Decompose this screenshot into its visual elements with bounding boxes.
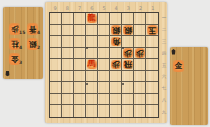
square-2-5[interactable] bbox=[134, 59, 146, 71]
square-5-7[interactable] bbox=[98, 82, 110, 94]
square-7-4[interactable] bbox=[74, 48, 86, 60]
rank-label-1: 一 bbox=[161, 12, 167, 24]
square-6-2[interactable] bbox=[86, 25, 98, 37]
square-3-9[interactable] bbox=[122, 105, 134, 117]
square-8-2[interactable] bbox=[62, 25, 74, 37]
square-9-3[interactable] bbox=[50, 36, 62, 48]
star-point bbox=[86, 83, 88, 85]
rank-label-4: 四 bbox=[161, 47, 167, 59]
square-2-8[interactable] bbox=[134, 94, 146, 106]
square-1-5[interactable] bbox=[146, 59, 158, 71]
square-6-7[interactable] bbox=[86, 82, 98, 94]
square-3-2[interactable]: 銀 bbox=[122, 25, 134, 37]
square-1-1[interactable] bbox=[146, 13, 158, 25]
gote-bishop-piece[interactable]: 角 bbox=[111, 37, 121, 47]
rank-label-9: 九 bbox=[161, 106, 167, 118]
square-9-6[interactable] bbox=[50, 71, 62, 83]
square-2-7[interactable] bbox=[134, 82, 146, 94]
piece-glyph: 香 bbox=[29, 25, 37, 33]
square-8-1[interactable] bbox=[62, 13, 74, 25]
square-9-9[interactable] bbox=[50, 105, 62, 117]
file-label-3: 3 bbox=[122, 4, 134, 12]
square-7-3[interactable] bbox=[74, 36, 86, 48]
gote-pawn-piece[interactable]: 歩 bbox=[123, 48, 133, 58]
square-4-6[interactable] bbox=[110, 71, 122, 83]
square-6-4[interactable] bbox=[86, 48, 98, 60]
hand-count: 2 bbox=[37, 46, 40, 51]
rank-label-2: 二 bbox=[161, 24, 167, 36]
gote-silver-piece[interactable]: 銀 bbox=[111, 25, 121, 35]
hand-count: 15 bbox=[19, 31, 25, 36]
file-coordinates: 987654321 bbox=[49, 4, 159, 12]
square-7-1[interactable] bbox=[74, 13, 86, 25]
square-6-5[interactable]: 馬 bbox=[86, 59, 98, 71]
file-label-7: 7 bbox=[73, 4, 85, 12]
rank-label-8: 八 bbox=[161, 94, 167, 106]
square-8-5[interactable] bbox=[62, 59, 74, 71]
square-1-9[interactable] bbox=[146, 105, 158, 117]
square-6-3[interactable] bbox=[86, 36, 98, 48]
piece-glyph: 飛 bbox=[124, 60, 132, 68]
square-2-3[interactable] bbox=[134, 36, 146, 48]
hand-count: 4 bbox=[37, 31, 40, 36]
star-point bbox=[122, 83, 124, 85]
square-4-3[interactable]: 角 bbox=[110, 36, 122, 48]
gote-pawn-piece[interactable]: 歩 bbox=[111, 60, 121, 70]
square-2-1[interactable] bbox=[134, 13, 146, 25]
gote-king-piece[interactable]: 玉 bbox=[147, 25, 158, 35]
sente-hand-gold[interactable]: 金 bbox=[173, 60, 184, 72]
file-label-5: 5 bbox=[98, 4, 110, 12]
square-1-8[interactable] bbox=[146, 94, 158, 106]
square-7-5[interactable] bbox=[74, 59, 86, 71]
hand-count: 3 bbox=[19, 61, 22, 66]
square-4-8[interactable] bbox=[110, 94, 122, 106]
square-6-8[interactable] bbox=[86, 94, 98, 106]
gote-silver-piece[interactable]: 銀 bbox=[123, 25, 133, 35]
rank-label-6: 六 bbox=[161, 71, 167, 83]
board-grid: 龍銀銀玉角歩歩馬歩飛 bbox=[49, 12, 159, 118]
sente-dragon-piece[interactable]: 龍 bbox=[87, 14, 97, 24]
sente-hand-tray: 金 bbox=[170, 47, 208, 125]
gote-side-icon bbox=[5, 71, 10, 77]
square-3-8[interactable] bbox=[122, 94, 134, 106]
square-1-7[interactable] bbox=[146, 82, 158, 94]
file-label-4: 4 bbox=[110, 4, 122, 12]
square-2-4[interactable]: 歩 bbox=[134, 48, 146, 60]
square-5-9[interactable] bbox=[98, 105, 110, 117]
file-label-2: 2 bbox=[135, 4, 147, 12]
square-9-4[interactable] bbox=[50, 48, 62, 60]
star-point bbox=[86, 47, 88, 49]
square-1-3[interactable] bbox=[146, 36, 158, 48]
square-4-7[interactable] bbox=[110, 82, 122, 94]
file-label-8: 8 bbox=[61, 4, 73, 12]
piece-glyph: 龍 bbox=[88, 14, 96, 22]
rank-coordinates: 一二三四五六七八九 bbox=[161, 12, 167, 118]
square-7-9[interactable] bbox=[74, 105, 86, 117]
square-4-1[interactable] bbox=[110, 13, 122, 25]
piece-glyph: 歩 bbox=[11, 25, 19, 33]
rank-label-5: 五 bbox=[161, 59, 167, 71]
piece-glyph: 桂 bbox=[11, 40, 19, 48]
shogi-board: 987654321 一二三四五六七八九 龍銀銀玉角歩歩馬歩飛 bbox=[45, 2, 167, 123]
piece-glyph: 角 bbox=[112, 37, 120, 45]
square-6-6[interactable] bbox=[86, 71, 98, 83]
square-3-4[interactable]: 歩 bbox=[122, 48, 134, 60]
sente-horse-piece[interactable]: 馬 bbox=[87, 60, 97, 70]
file-label-6: 6 bbox=[86, 4, 98, 12]
piece-glyph: 銀 bbox=[124, 26, 132, 34]
gote-rook-piece[interactable]: 飛 bbox=[123, 60, 133, 70]
square-6-1[interactable]: 龍 bbox=[86, 13, 98, 25]
piece-glyph: 歩 bbox=[136, 49, 144, 57]
square-5-1[interactable] bbox=[98, 13, 110, 25]
square-7-6[interactable] bbox=[74, 71, 86, 83]
square-6-9[interactable] bbox=[86, 105, 98, 117]
piece-glyph: 玉 bbox=[148, 26, 156, 34]
square-3-1[interactable] bbox=[122, 13, 134, 25]
square-2-9[interactable] bbox=[134, 105, 146, 117]
square-8-3[interactable] bbox=[62, 36, 74, 48]
square-7-7[interactable] bbox=[74, 82, 86, 94]
square-2-2[interactable] bbox=[134, 25, 146, 37]
square-8-9[interactable] bbox=[62, 105, 74, 117]
piece-glyph: 歩 bbox=[112, 60, 120, 68]
piece-glyph: 銀 bbox=[29, 40, 37, 48]
file-label-9: 9 bbox=[49, 4, 61, 12]
square-8-6[interactable] bbox=[62, 71, 74, 83]
square-5-5[interactable] bbox=[98, 59, 110, 71]
square-5-3[interactable] bbox=[98, 36, 110, 48]
square-7-2[interactable] bbox=[74, 25, 86, 37]
square-5-4[interactable] bbox=[98, 48, 110, 60]
square-4-9[interactable] bbox=[110, 105, 122, 117]
square-5-8[interactable] bbox=[98, 94, 110, 106]
square-8-4[interactable] bbox=[62, 48, 74, 60]
square-3-3[interactable] bbox=[122, 36, 134, 48]
square-4-5[interactable]: 歩 bbox=[110, 59, 122, 71]
sente-side-icon bbox=[171, 49, 176, 55]
gote-hand-tray: 歩15香4桂4銀2金3 bbox=[3, 7, 43, 79]
square-9-1[interactable] bbox=[50, 13, 62, 25]
star-point bbox=[122, 47, 124, 49]
piece-glyph: 歩 bbox=[124, 49, 132, 57]
square-1-2[interactable]: 玉 bbox=[146, 25, 158, 37]
square-5-6[interactable] bbox=[98, 71, 110, 83]
square-8-8[interactable] bbox=[62, 94, 74, 106]
square-2-6[interactable] bbox=[134, 71, 146, 83]
square-1-4[interactable] bbox=[146, 48, 158, 60]
piece-glyph: 金 bbox=[11, 55, 19, 63]
square-9-2[interactable] bbox=[50, 25, 62, 37]
square-9-7[interactable] bbox=[50, 82, 62, 94]
square-4-2[interactable]: 銀 bbox=[110, 25, 122, 37]
piece-glyph: 銀 bbox=[112, 26, 120, 34]
square-3-6[interactable] bbox=[122, 71, 134, 83]
gote-pawn-piece[interactable]: 歩 bbox=[135, 48, 145, 58]
square-9-8[interactable] bbox=[50, 94, 62, 106]
square-4-4[interactable] bbox=[110, 48, 122, 60]
rank-label-3: 三 bbox=[161, 36, 167, 48]
square-8-7[interactable] bbox=[62, 82, 74, 94]
square-3-5[interactable]: 飛 bbox=[122, 59, 134, 71]
square-5-2[interactable] bbox=[98, 25, 110, 37]
square-1-6[interactable] bbox=[146, 71, 158, 83]
square-7-8[interactable] bbox=[74, 94, 86, 106]
rank-label-7: 七 bbox=[161, 83, 167, 95]
square-9-5[interactable] bbox=[50, 59, 62, 71]
piece-glyph: 馬 bbox=[88, 60, 96, 68]
piece-glyph: 金 bbox=[175, 62, 183, 70]
file-label-1: 1 bbox=[147, 4, 159, 12]
hand-count: 4 bbox=[19, 46, 22, 51]
